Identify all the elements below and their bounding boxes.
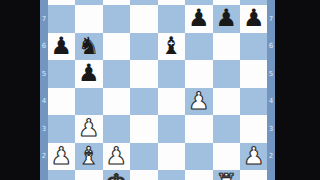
square-f6[interactable]: [185, 33, 213, 61]
square-e5[interactable]: [158, 60, 186, 88]
square-d2[interactable]: [130, 143, 158, 171]
square-d5[interactable]: [130, 60, 158, 88]
rank-label-2: 2: [40, 152, 48, 160]
square-a4[interactable]: [48, 88, 76, 116]
square-b7[interactable]: [75, 5, 103, 33]
square-h7[interactable]: ♟: [240, 5, 268, 33]
square-b2[interactable]: ♝: [75, 143, 103, 171]
square-c6[interactable]: [103, 33, 131, 61]
rank-label-6: 6: [40, 42, 48, 50]
rank-label-4: 4: [267, 97, 275, 105]
white-rook-g1[interactable]: ♜: [215, 170, 237, 180]
square-f5[interactable]: [185, 60, 213, 88]
square-e4[interactable]: [158, 88, 186, 116]
square-e2[interactable]: [158, 143, 186, 171]
square-f1[interactable]: [185, 170, 213, 180]
square-d3[interactable]: [130, 115, 158, 143]
square-g7[interactable]: ♟: [213, 5, 241, 33]
square-b1[interactable]: [75, 170, 103, 180]
square-e6[interactable]: ♝: [158, 33, 186, 61]
rank-label-3: 3: [267, 125, 275, 133]
square-h3[interactable]: [240, 115, 268, 143]
square-b4[interactable]: [75, 88, 103, 116]
square-f7[interactable]: ♟: [185, 5, 213, 33]
square-c4[interactable]: [103, 88, 131, 116]
square-c2[interactable]: ♟: [103, 143, 131, 171]
square-e3[interactable]: [158, 115, 186, 143]
square-h4[interactable]: [240, 88, 268, 116]
black-pawn-g7[interactable]: ♟: [215, 5, 237, 33]
rank-label-4: 4: [40, 97, 48, 105]
square-g2[interactable]: [213, 143, 241, 171]
video-frame: 87654321 ♜♚♟♟♟♟♞♝♟♟♟♟♝♟♟♚♜ 87654321: [0, 0, 320, 180]
square-a1[interactable]: [48, 170, 76, 180]
black-pawn-f7[interactable]: ♟: [188, 5, 210, 33]
square-g5[interactable]: [213, 60, 241, 88]
square-d7[interactable]: [130, 5, 158, 33]
square-g6[interactable]: [213, 33, 241, 61]
white-pawn-b3[interactable]: ♟: [78, 115, 100, 143]
square-f3[interactable]: [185, 115, 213, 143]
black-pawn-b5[interactable]: ♟: [78, 60, 100, 88]
letterbox-right: [275, 0, 320, 180]
white-pawn-c2[interactable]: ♟: [105, 143, 127, 171]
square-c7[interactable]: [103, 5, 131, 33]
square-d1[interactable]: [130, 170, 158, 180]
black-pawn-h7[interactable]: ♟: [243, 5, 265, 33]
rank-label-7: 7: [40, 15, 48, 23]
square-g3[interactable]: [213, 115, 241, 143]
square-h2[interactable]: ♟: [240, 143, 268, 171]
square-c3[interactable]: [103, 115, 131, 143]
rank-label-strip-left: 87654321: [40, 0, 48, 180]
square-c1[interactable]: ♚: [103, 170, 131, 180]
square-c5[interactable]: [103, 60, 131, 88]
square-b5[interactable]: ♟: [75, 60, 103, 88]
black-knight-b6[interactable]: ♞: [78, 33, 100, 61]
rank-label-2: 2: [267, 152, 275, 160]
square-b6[interactable]: ♞: [75, 33, 103, 61]
black-bishop-e6[interactable]: ♝: [160, 33, 182, 61]
square-a5[interactable]: [48, 60, 76, 88]
square-g4[interactable]: [213, 88, 241, 116]
square-f2[interactable]: [185, 143, 213, 171]
white-pawn-h2[interactable]: ♟: [243, 143, 265, 171]
rank-label-6: 6: [267, 42, 275, 50]
square-h6[interactable]: [240, 33, 268, 61]
chess-board: ♜♚♟♟♟♟♞♝♟♟♟♟♝♟♟♚♜: [48, 0, 268, 180]
square-a6[interactable]: ♟: [48, 33, 76, 61]
square-f4[interactable]: ♟: [185, 88, 213, 116]
square-a3[interactable]: [48, 115, 76, 143]
white-bishop-b2[interactable]: ♝: [78, 143, 100, 171]
square-e1[interactable]: [158, 170, 186, 180]
square-e7[interactable]: [158, 5, 186, 33]
white-pawn-f4[interactable]: ♟: [188, 88, 210, 116]
rank-label-5: 5: [267, 70, 275, 78]
white-king-c1[interactable]: ♚: [105, 170, 127, 180]
square-g1[interactable]: ♜: [213, 170, 241, 180]
square-a2[interactable]: ♟: [48, 143, 76, 171]
letterbox-left: [0, 0, 40, 180]
square-d6[interactable]: [130, 33, 158, 61]
black-pawn-a6[interactable]: ♟: [50, 33, 72, 61]
square-d4[interactable]: [130, 88, 158, 116]
square-b3[interactable]: ♟: [75, 115, 103, 143]
rank-label-strip-right: 87654321: [267, 0, 275, 180]
square-a7[interactable]: [48, 5, 76, 33]
square-h5[interactable]: [240, 60, 268, 88]
rank-label-5: 5: [40, 70, 48, 78]
rank-label-7: 7: [267, 15, 275, 23]
rank-label-3: 3: [40, 125, 48, 133]
square-h1[interactable]: [240, 170, 268, 180]
white-pawn-a2[interactable]: ♟: [50, 143, 72, 171]
